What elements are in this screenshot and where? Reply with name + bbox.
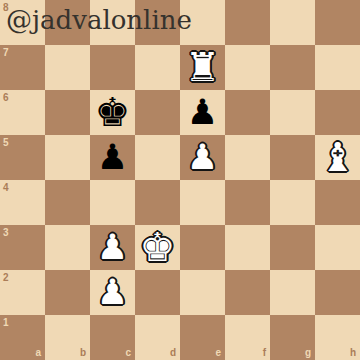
piece-white-bishop-h5: ♝ <box>315 135 360 180</box>
square-g2 <box>270 270 315 315</box>
square-e2 <box>180 270 225 315</box>
rank-label-3: 3 <box>3 228 9 238</box>
square-d1: d <box>135 315 180 360</box>
square-a2: 2 <box>0 270 45 315</box>
piece-white-pawn-c2: ♟ <box>90 270 135 315</box>
file-label-e: e <box>215 348 221 358</box>
square-f8 <box>225 0 270 45</box>
square-d3: ♚ <box>135 225 180 270</box>
square-e7: ♜ <box>180 45 225 90</box>
square-h8 <box>315 0 360 45</box>
square-b7 <box>45 45 90 90</box>
square-c1: c <box>90 315 135 360</box>
square-a5: 5 <box>0 135 45 180</box>
square-g5 <box>270 135 315 180</box>
square-f2 <box>225 270 270 315</box>
file-label-a: a <box>35 348 41 358</box>
square-h4 <box>315 180 360 225</box>
rank-label-5: 5 <box>3 138 9 148</box>
square-c4 <box>90 180 135 225</box>
square-g1: g <box>270 315 315 360</box>
square-c6: ♚ <box>90 90 135 135</box>
square-g3 <box>270 225 315 270</box>
file-label-g: g <box>305 348 311 358</box>
square-c5: ♟ <box>90 135 135 180</box>
square-f7 <box>225 45 270 90</box>
square-h7 <box>315 45 360 90</box>
square-b1: b <box>45 315 90 360</box>
square-f5 <box>225 135 270 180</box>
square-f3 <box>225 225 270 270</box>
square-f1: f <box>225 315 270 360</box>
piece-black-pawn-c5: ♟ <box>90 135 135 180</box>
file-label-f: f <box>263 348 266 358</box>
file-label-b: b <box>80 348 86 358</box>
square-h2 <box>315 270 360 315</box>
square-h5: ♝ <box>315 135 360 180</box>
square-c3: ♟ <box>90 225 135 270</box>
square-f4 <box>225 180 270 225</box>
square-b6 <box>45 90 90 135</box>
square-h3 <box>315 225 360 270</box>
rank-label-7: 7 <box>3 48 9 58</box>
square-a4: 4 <box>0 180 45 225</box>
rank-label-2: 2 <box>3 273 9 283</box>
square-g8 <box>270 0 315 45</box>
square-a1: 1a <box>0 315 45 360</box>
square-g4 <box>270 180 315 225</box>
square-c2: ♟ <box>90 270 135 315</box>
square-a7: 7 <box>0 45 45 90</box>
square-b5 <box>45 135 90 180</box>
square-b4 <box>45 180 90 225</box>
square-a3: 3 <box>0 225 45 270</box>
square-g6 <box>270 90 315 135</box>
piece-white-pawn-c3: ♟ <box>90 225 135 270</box>
chess-board-wrapper: @jadvalonline 87♜6♚♟5♟♟♝43♟♚2♟1abcdefgh <box>0 0 360 360</box>
rank-label-6: 6 <box>3 93 9 103</box>
square-e6: ♟ <box>180 90 225 135</box>
square-f6 <box>225 90 270 135</box>
square-g7 <box>270 45 315 90</box>
square-h6 <box>315 90 360 135</box>
file-label-h: h <box>350 348 356 358</box>
square-c7 <box>90 45 135 90</box>
square-d2 <box>135 270 180 315</box>
chess-board: 87♜6♚♟5♟♟♝43♟♚2♟1abcdefgh <box>0 0 360 360</box>
square-d5 <box>135 135 180 180</box>
square-e5: ♟ <box>180 135 225 180</box>
square-e4 <box>180 180 225 225</box>
square-e1: e <box>180 315 225 360</box>
square-b2 <box>45 270 90 315</box>
square-d6 <box>135 90 180 135</box>
piece-black-king-c6: ♚ <box>90 90 135 135</box>
piece-white-king-d3: ♚ <box>135 225 180 270</box>
piece-black-pawn-e6: ♟ <box>180 90 225 135</box>
piece-white-rook-e7: ♜ <box>180 45 225 90</box>
watermark-text: @jadvalonline <box>6 5 192 35</box>
rank-label-1: 1 <box>3 318 9 328</box>
square-e3 <box>180 225 225 270</box>
file-label-d: d <box>170 348 176 358</box>
square-d4 <box>135 180 180 225</box>
square-d7 <box>135 45 180 90</box>
file-label-c: c <box>125 348 131 358</box>
piece-white-pawn-e5: ♟ <box>180 135 225 180</box>
rank-label-4: 4 <box>3 183 9 193</box>
square-b3 <box>45 225 90 270</box>
square-h1: h <box>315 315 360 360</box>
square-a6: 6 <box>0 90 45 135</box>
